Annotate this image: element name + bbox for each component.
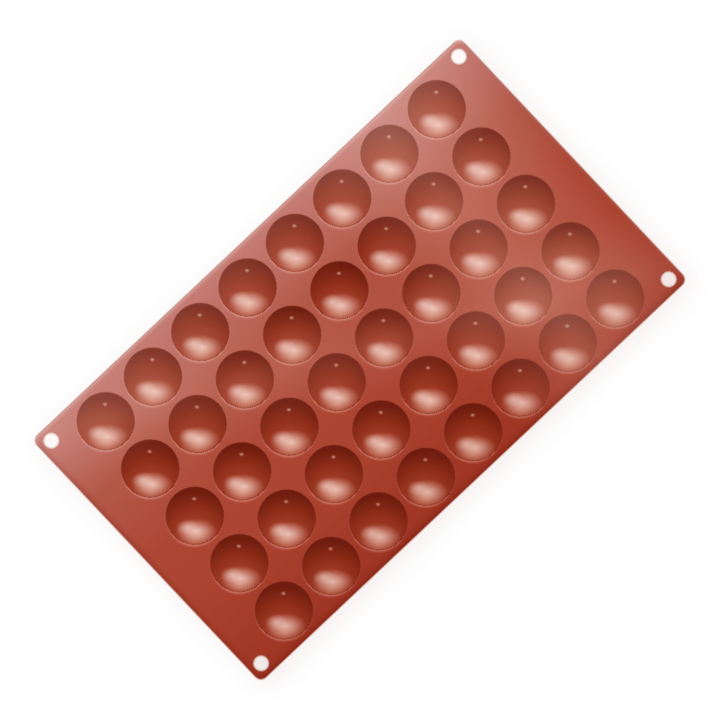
corner-hole-bottom <box>250 652 273 675</box>
product-photo <box>0 0 720 720</box>
corner-hole-top <box>448 45 471 68</box>
cavity-grid <box>59 63 661 657</box>
corner-hole-right <box>657 268 680 291</box>
silicone-mold <box>33 38 687 682</box>
corner-hole-left <box>40 429 63 452</box>
